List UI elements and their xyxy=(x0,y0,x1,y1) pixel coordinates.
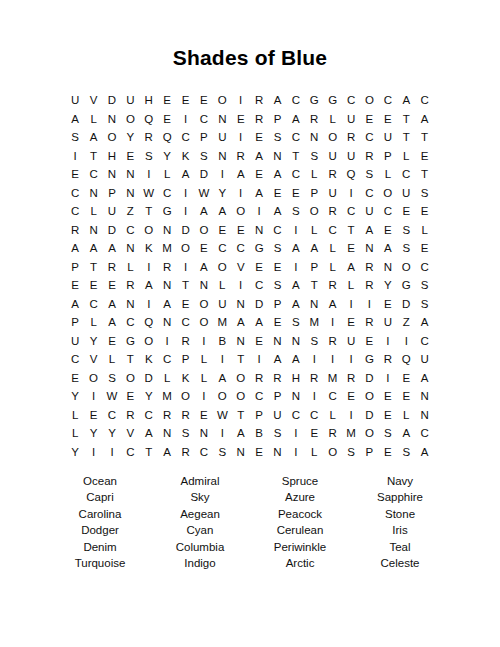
grid-cell-r11c4[interactable]: R xyxy=(121,276,139,295)
grid-cell-r10c9[interactable]: O xyxy=(213,258,231,277)
grid-cell-r3c1[interactable]: S xyxy=(66,128,84,147)
grid-cell-r17c7[interactable]: O xyxy=(176,387,194,406)
grid-cell-r8c7[interactable]: D xyxy=(176,221,194,240)
grid-cell-r8c14[interactable]: L xyxy=(305,221,323,240)
grid-cell-r1c6[interactable]: E xyxy=(158,91,176,110)
grid-cell-r10c16[interactable]: A xyxy=(342,258,360,277)
grid-cell-r13c12[interactable]: E xyxy=(268,313,286,332)
grid-cell-r16c6[interactable]: L xyxy=(158,369,176,388)
grid-cell-r18c4[interactable]: R xyxy=(121,406,139,425)
grid-cell-r2c15[interactable]: L xyxy=(323,110,341,129)
grid-cell-r7c8[interactable]: A xyxy=(195,202,213,221)
grid-cell-r9c11[interactable]: G xyxy=(250,239,268,258)
grid-cell-r11c1[interactable]: E xyxy=(66,276,84,295)
grid-cell-r17c18[interactable]: E xyxy=(379,387,397,406)
grid-cell-r7c1[interactable]: C xyxy=(66,202,84,221)
grid-cell-r17c11[interactable]: C xyxy=(250,387,268,406)
grid-cell-r8c8[interactable]: O xyxy=(195,221,213,240)
grid-cell-r6c16[interactable]: I xyxy=(342,184,360,203)
grid-cell-r18c2[interactable]: E xyxy=(84,406,102,425)
grid-cell-r17c12[interactable]: P xyxy=(268,387,286,406)
grid-cell-r16c7[interactable]: K xyxy=(176,369,194,388)
grid-cell-r5c14[interactable]: L xyxy=(305,165,323,184)
grid-cell-r11c16[interactable]: L xyxy=(342,276,360,295)
grid-cell-r6c15[interactable]: U xyxy=(323,184,341,203)
grid-cell-r8c13[interactable]: I xyxy=(287,221,305,240)
grid-cell-r10c5[interactable]: I xyxy=(140,258,158,277)
grid-cell-r4c17[interactable]: R xyxy=(360,147,378,166)
grid-cell-r5c18[interactable]: L xyxy=(379,165,397,184)
grid-cell-r13c20[interactable]: A xyxy=(415,313,433,332)
grid-cell-r5c12[interactable]: A xyxy=(268,165,286,184)
grid-cell-r3c5[interactable]: R xyxy=(140,128,158,147)
grid-cell-r1c5[interactable]: H xyxy=(140,91,158,110)
grid-cell-r16c19[interactable]: E xyxy=(397,369,415,388)
grid-cell-r10c20[interactable]: C xyxy=(415,258,433,277)
grid-cell-r11c5[interactable]: A xyxy=(140,276,158,295)
grid-cell-r11c17[interactable]: R xyxy=(360,276,378,295)
grid-cell-r16c4[interactable]: O xyxy=(121,369,139,388)
grid-cell-r5c19[interactable]: C xyxy=(397,165,415,184)
grid-cell-r13c17[interactable]: R xyxy=(360,313,378,332)
grid-cell-r9c4[interactable]: N xyxy=(121,239,139,258)
grid-cell-r19c20[interactable]: C xyxy=(415,424,433,443)
grid-cell-r16c16[interactable]: R xyxy=(342,369,360,388)
grid-cell-r14c7[interactable]: R xyxy=(176,332,194,351)
grid-cell-r1c18[interactable]: C xyxy=(379,91,397,110)
grid-cell-r14c12[interactable]: N xyxy=(268,332,286,351)
grid-cell-r12c10[interactable]: N xyxy=(232,295,250,314)
grid-cell-r18c12[interactable]: U xyxy=(268,406,286,425)
grid-cell-r14c8[interactable]: I xyxy=(195,332,213,351)
grid-cell-r11c2[interactable]: E xyxy=(84,276,102,295)
grid-cell-r16c20[interactable]: A xyxy=(415,369,433,388)
grid-cell-r13c7[interactable]: C xyxy=(176,313,194,332)
grid-cell-r12c14[interactable]: N xyxy=(305,295,323,314)
grid-cell-r7c14[interactable]: O xyxy=(305,202,323,221)
grid-cell-r14c19[interactable]: I xyxy=(397,332,415,351)
grid-cell-r2c10[interactable]: E xyxy=(232,110,250,129)
grid-cell-r1c19[interactable]: A xyxy=(397,91,415,110)
grid-cell-r12c6[interactable]: A xyxy=(158,295,176,314)
grid-cell-r3c7[interactable]: C xyxy=(176,128,194,147)
grid-cell-r17c9[interactable]: O xyxy=(213,387,231,406)
grid-cell-r19c16[interactable]: M xyxy=(342,424,360,443)
grid-cell-r14c4[interactable]: G xyxy=(121,332,139,351)
grid-cell-r10c18[interactable]: N xyxy=(379,258,397,277)
grid-cell-r2c2[interactable]: L xyxy=(84,110,102,129)
grid-cell-r4c19[interactable]: L xyxy=(397,147,415,166)
grid-cell-r14c2[interactable]: Y xyxy=(84,332,102,351)
grid-cell-r19c4[interactable]: V xyxy=(121,424,139,443)
grid-cell-r7c19[interactable]: E xyxy=(397,202,415,221)
grid-cell-r14c15[interactable]: R xyxy=(323,332,341,351)
grid-cell-r5c2[interactable]: C xyxy=(84,165,102,184)
grid-cell-r5c17[interactable]: S xyxy=(360,165,378,184)
grid-cell-r7c11[interactable]: I xyxy=(250,202,268,221)
grid-cell-r18c11[interactable]: P xyxy=(250,406,268,425)
grid-cell-r14c5[interactable]: O xyxy=(140,332,158,351)
grid-cell-r1c4[interactable]: U xyxy=(121,91,139,110)
grid-cell-r10c1[interactable]: P xyxy=(66,258,84,277)
grid-cell-r8c19[interactable]: S xyxy=(397,221,415,240)
grid-cell-r20c12[interactable]: N xyxy=(268,443,286,462)
grid-cell-r20c16[interactable]: S xyxy=(342,443,360,462)
grid-cell-r15c17[interactable]: G xyxy=(360,350,378,369)
grid-cell-r9c2[interactable]: A xyxy=(84,239,102,258)
grid-cell-r18c7[interactable]: R xyxy=(176,406,194,425)
grid-cell-r9c13[interactable]: A xyxy=(287,239,305,258)
grid-cell-r9c7[interactable]: O xyxy=(176,239,194,258)
grid-cell-r4c5[interactable]: S xyxy=(140,147,158,166)
grid-cell-r4c20[interactable]: E xyxy=(415,147,433,166)
grid-cell-r8c4[interactable]: C xyxy=(121,221,139,240)
grid-cell-r9c12[interactable]: S xyxy=(268,239,286,258)
grid-cell-r15c16[interactable]: I xyxy=(342,350,360,369)
grid-cell-r9c5[interactable]: K xyxy=(140,239,158,258)
grid-cell-r15c3[interactable]: L xyxy=(103,350,121,369)
grid-cell-r20c13[interactable]: I xyxy=(287,443,305,462)
grid-cell-r1c12[interactable]: A xyxy=(268,91,286,110)
grid-cell-r20c1[interactable]: Y xyxy=(66,443,84,462)
grid-cell-r6c1[interactable]: C xyxy=(66,184,84,203)
grid-cell-r18c15[interactable]: L xyxy=(323,406,341,425)
grid-cell-r14c11[interactable]: E xyxy=(250,332,268,351)
grid-cell-r1c11[interactable]: R xyxy=(250,91,268,110)
grid-cell-r12c17[interactable]: I xyxy=(360,295,378,314)
grid-cell-r4c9[interactable]: N xyxy=(213,147,231,166)
grid-cell-r3c2[interactable]: A xyxy=(84,128,102,147)
grid-cell-r9c1[interactable]: A xyxy=(66,239,84,258)
grid-cell-r15c9[interactable]: I xyxy=(213,350,231,369)
grid-cell-r18c8[interactable]: E xyxy=(195,406,213,425)
grid-cell-r6c17[interactable]: C xyxy=(360,184,378,203)
grid-cell-r1c10[interactable]: I xyxy=(232,91,250,110)
grid-cell-r8c3[interactable]: D xyxy=(103,221,121,240)
grid-cell-r13c11[interactable]: A xyxy=(250,313,268,332)
grid-cell-r11c7[interactable]: T xyxy=(176,276,194,295)
grid-cell-r8c10[interactable]: E xyxy=(232,221,250,240)
grid-cell-r9c10[interactable]: C xyxy=(232,239,250,258)
grid-cell-r5c5[interactable]: I xyxy=(140,165,158,184)
grid-cell-r15c12[interactable]: A xyxy=(268,350,286,369)
grid-cell-r2c8[interactable]: C xyxy=(195,110,213,129)
grid-cell-r18c16[interactable]: I xyxy=(342,406,360,425)
grid-cell-r10c13[interactable]: I xyxy=(287,258,305,277)
grid-cell-r13c16[interactable]: E xyxy=(342,313,360,332)
grid-cell-r2c1[interactable]: A xyxy=(66,110,84,129)
grid-cell-r5c10[interactable]: A xyxy=(232,165,250,184)
grid-cell-r3c18[interactable]: U xyxy=(379,128,397,147)
grid-cell-r16c12[interactable]: R xyxy=(268,369,286,388)
grid-cell-r16c3[interactable]: S xyxy=(103,369,121,388)
grid-cell-r3c20[interactable]: T xyxy=(415,128,433,147)
grid-cell-r17c16[interactable]: E xyxy=(342,387,360,406)
grid-cell-r14c20[interactable]: C xyxy=(415,332,433,351)
grid-cell-r4c11[interactable]: A xyxy=(250,147,268,166)
grid-cell-r19c12[interactable]: S xyxy=(268,424,286,443)
grid-cell-r2c6[interactable]: E xyxy=(158,110,176,129)
grid-cell-r5c20[interactable]: T xyxy=(415,165,433,184)
grid-cell-r6c10[interactable]: I xyxy=(232,184,250,203)
grid-cell-r18c18[interactable]: E xyxy=(379,406,397,425)
grid-cell-r17c20[interactable]: N xyxy=(415,387,433,406)
grid-cell-r19c19[interactable]: A xyxy=(397,424,415,443)
grid-cell-r13c14[interactable]: M xyxy=(305,313,323,332)
grid-cell-r7c16[interactable]: C xyxy=(342,202,360,221)
grid-cell-r3c15[interactable]: O xyxy=(323,128,341,147)
grid-cell-r16c17[interactable]: D xyxy=(360,369,378,388)
grid-cell-r12c7[interactable]: E xyxy=(176,295,194,314)
grid-cell-r17c17[interactable]: O xyxy=(360,387,378,406)
grid-cell-r17c4[interactable]: E xyxy=(121,387,139,406)
grid-cell-r7c18[interactable]: C xyxy=(379,202,397,221)
grid-cell-r19c8[interactable]: N xyxy=(195,424,213,443)
grid-cell-r7c9[interactable]: A xyxy=(213,202,231,221)
grid-cell-r17c19[interactable]: E xyxy=(397,387,415,406)
grid-cell-r2c4[interactable]: O xyxy=(121,110,139,129)
grid-cell-r19c14[interactable]: E xyxy=(305,424,323,443)
grid-cell-r1c8[interactable]: E xyxy=(195,91,213,110)
grid-cell-r6c9[interactable]: Y xyxy=(213,184,231,203)
grid-cell-r2c17[interactable]: E xyxy=(360,110,378,129)
grid-cell-r3c10[interactable]: I xyxy=(232,128,250,147)
grid-cell-r19c18[interactable]: S xyxy=(379,424,397,443)
grid-cell-r7c6[interactable]: G xyxy=(158,202,176,221)
grid-cell-r2c5[interactable]: Q xyxy=(140,110,158,129)
grid-cell-r10c3[interactable]: R xyxy=(103,258,121,277)
grid-cell-r9c8[interactable]: E xyxy=(195,239,213,258)
grid-cell-r4c6[interactable]: Y xyxy=(158,147,176,166)
grid-cell-r5c7[interactable]: A xyxy=(176,165,194,184)
grid-cell-r14c9[interactable]: B xyxy=(213,332,231,351)
grid-cell-r4c3[interactable]: H xyxy=(103,147,121,166)
grid-cell-r4c14[interactable]: S xyxy=(305,147,323,166)
grid-cell-r8c17[interactable]: A xyxy=(360,221,378,240)
grid-cell-r14c6[interactable]: I xyxy=(158,332,176,351)
grid-cell-r5c13[interactable]: C xyxy=(287,165,305,184)
grid-cell-r9c14[interactable]: A xyxy=(305,239,323,258)
grid-cell-r3c12[interactable]: S xyxy=(268,128,286,147)
grid-cell-r1c14[interactable]: G xyxy=(305,91,323,110)
grid-cell-r12c9[interactable]: U xyxy=(213,295,231,314)
grid-cell-r15c1[interactable]: C xyxy=(66,350,84,369)
grid-cell-r14c18[interactable]: I xyxy=(379,332,397,351)
grid-cell-r6c18[interactable]: O xyxy=(379,184,397,203)
grid-cell-r8c9[interactable]: E xyxy=(213,221,231,240)
grid-cell-r7c15[interactable]: R xyxy=(323,202,341,221)
grid-cell-r11c18[interactable]: Y xyxy=(379,276,397,295)
grid-cell-r19c2[interactable]: Y xyxy=(84,424,102,443)
grid-cell-r4c13[interactable]: T xyxy=(287,147,305,166)
grid-cell-r18c1[interactable]: L xyxy=(66,406,84,425)
grid-cell-r16c14[interactable]: R xyxy=(305,369,323,388)
grid-cell-r20c14[interactable]: L xyxy=(305,443,323,462)
grid-cell-r17c8[interactable]: I xyxy=(195,387,213,406)
grid-cell-r19c15[interactable]: R xyxy=(323,424,341,443)
grid-cell-r3c13[interactable]: C xyxy=(287,128,305,147)
grid-cell-r6c14[interactable]: P xyxy=(305,184,323,203)
grid-cell-r16c5[interactable]: D xyxy=(140,369,158,388)
grid-cell-r6c6[interactable]: C xyxy=(158,184,176,203)
grid-cell-r15c4[interactable]: T xyxy=(121,350,139,369)
grid-cell-r13c13[interactable]: S xyxy=(287,313,305,332)
grid-cell-r3c14[interactable]: N xyxy=(305,128,323,147)
grid-cell-r18c6[interactable]: R xyxy=(158,406,176,425)
grid-cell-r2c11[interactable]: R xyxy=(250,110,268,129)
grid-cell-r1c2[interactable]: V xyxy=(84,91,102,110)
grid-cell-r3c11[interactable]: E xyxy=(250,128,268,147)
grid-cell-r3c3[interactable]: O xyxy=(103,128,121,147)
grid-cell-r4c15[interactable]: U xyxy=(323,147,341,166)
grid-cell-r15c8[interactable]: L xyxy=(195,350,213,369)
grid-cell-r4c2[interactable]: T xyxy=(84,147,102,166)
grid-cell-r5c4[interactable]: N xyxy=(121,165,139,184)
grid-cell-r4c10[interactable]: R xyxy=(232,147,250,166)
grid-cell-r16c8[interactable]: L xyxy=(195,369,213,388)
grid-cell-r20c9[interactable]: S xyxy=(213,443,231,462)
grid-cell-r9c15[interactable]: L xyxy=(323,239,341,258)
grid-cell-r3c17[interactable]: C xyxy=(360,128,378,147)
grid-cell-r8c2[interactable]: N xyxy=(84,221,102,240)
grid-cell-r20c8[interactable]: C xyxy=(195,443,213,462)
grid-cell-r6c7[interactable]: I xyxy=(176,184,194,203)
grid-cell-r9c6[interactable]: M xyxy=(158,239,176,258)
grid-cell-r10c8[interactable]: A xyxy=(195,258,213,277)
grid-cell-r3c8[interactable]: P xyxy=(195,128,213,147)
grid-cell-r9c16[interactable]: E xyxy=(342,239,360,258)
grid-cell-r7c5[interactable]: T xyxy=(140,202,158,221)
grid-cell-r1c15[interactable]: G xyxy=(323,91,341,110)
grid-cell-r2c20[interactable]: A xyxy=(415,110,433,129)
grid-cell-r7c2[interactable]: L xyxy=(84,202,102,221)
grid-cell-r20c3[interactable]: I xyxy=(103,443,121,462)
grid-cell-r10c7[interactable]: I xyxy=(176,258,194,277)
grid-cell-r12c18[interactable]: E xyxy=(379,295,397,314)
grid-cell-r15c2[interactable]: V xyxy=(84,350,102,369)
grid-cell-r12c4[interactable]: N xyxy=(121,295,139,314)
grid-cell-r11c6[interactable]: N xyxy=(158,276,176,295)
grid-cell-r3c16[interactable]: R xyxy=(342,128,360,147)
grid-cell-r19c6[interactable]: N xyxy=(158,424,176,443)
grid-cell-r6c11[interactable]: A xyxy=(250,184,268,203)
grid-cell-r19c3[interactable]: Y xyxy=(103,424,121,443)
grid-cell-r12c20[interactable]: S xyxy=(415,295,433,314)
grid-cell-r1c13[interactable]: C xyxy=(287,91,305,110)
grid-cell-r3c9[interactable]: U xyxy=(213,128,231,147)
grid-cell-r20c4[interactable]: C xyxy=(121,443,139,462)
grid-cell-r5c3[interactable]: N xyxy=(103,165,121,184)
grid-cell-r1c7[interactable]: E xyxy=(176,91,194,110)
grid-cell-r8c12[interactable]: C xyxy=(268,221,286,240)
grid-cell-r20c17[interactable]: P xyxy=(360,443,378,462)
grid-cell-r1c16[interactable]: C xyxy=(342,91,360,110)
grid-cell-r8c5[interactable]: O xyxy=(140,221,158,240)
grid-cell-r19c7[interactable]: S xyxy=(176,424,194,443)
grid-cell-r8c11[interactable]: N xyxy=(250,221,268,240)
grid-cell-r10c2[interactable]: T xyxy=(84,258,102,277)
grid-cell-r6c3[interactable]: P xyxy=(103,184,121,203)
grid-cell-r4c1[interactable]: I xyxy=(66,147,84,166)
grid-cell-r5c15[interactable]: R xyxy=(323,165,341,184)
grid-cell-r15c10[interactable]: T xyxy=(232,350,250,369)
grid-cell-r9c9[interactable]: C xyxy=(213,239,231,258)
grid-cell-r10c4[interactable]: L xyxy=(121,258,139,277)
grid-cell-r19c9[interactable]: I xyxy=(213,424,231,443)
grid-cell-r13c5[interactable]: Q xyxy=(140,313,158,332)
grid-cell-r9c3[interactable]: A xyxy=(103,239,121,258)
grid-cell-r5c8[interactable]: D xyxy=(195,165,213,184)
grid-cell-r4c8[interactable]: S xyxy=(195,147,213,166)
grid-cell-r20c11[interactable]: E xyxy=(250,443,268,462)
grid-cell-r7c7[interactable]: I xyxy=(176,202,194,221)
grid-cell-r6c20[interactable]: S xyxy=(415,184,433,203)
grid-cell-r13c4[interactable]: C xyxy=(121,313,139,332)
grid-cell-r12c1[interactable]: A xyxy=(66,295,84,314)
grid-cell-r18c14[interactable]: C xyxy=(305,406,323,425)
grid-cell-r17c5[interactable]: Y xyxy=(140,387,158,406)
grid-cell-r20c19[interactable]: S xyxy=(397,443,415,462)
grid-cell-r12c2[interactable]: C xyxy=(84,295,102,314)
grid-cell-r14c1[interactable]: U xyxy=(66,332,84,351)
grid-cell-r9c18[interactable]: A xyxy=(379,239,397,258)
grid-cell-r17c6[interactable]: M xyxy=(158,387,176,406)
grid-cell-r11c15[interactable]: R xyxy=(323,276,341,295)
grid-cell-r15c18[interactable]: R xyxy=(379,350,397,369)
grid-cell-r4c4[interactable]: E xyxy=(121,147,139,166)
grid-cell-r19c13[interactable]: I xyxy=(287,424,305,443)
grid-cell-r15c7[interactable]: P xyxy=(176,350,194,369)
grid-cell-r2c14[interactable]: R xyxy=(305,110,323,129)
grid-cell-r15c13[interactable]: A xyxy=(287,350,305,369)
grid-cell-r18c10[interactable]: T xyxy=(232,406,250,425)
grid-cell-r8c6[interactable]: N xyxy=(158,221,176,240)
grid-cell-r20c18[interactable]: E xyxy=(379,443,397,462)
grid-cell-r10c11[interactable]: E xyxy=(250,258,268,277)
grid-cell-r17c1[interactable]: Y xyxy=(66,387,84,406)
grid-cell-r18c20[interactable]: N xyxy=(415,406,433,425)
grid-cell-r5c11[interactable]: E xyxy=(250,165,268,184)
grid-cell-r2c13[interactable]: A xyxy=(287,110,305,129)
grid-cell-r15c11[interactable]: I xyxy=(250,350,268,369)
grid-cell-r11c11[interactable]: C xyxy=(250,276,268,295)
grid-cell-r19c1[interactable]: L xyxy=(66,424,84,443)
grid-cell-r15c20[interactable]: U xyxy=(415,350,433,369)
grid-cell-r11c3[interactable]: E xyxy=(103,276,121,295)
grid-cell-r17c14[interactable]: I xyxy=(305,387,323,406)
grid-cell-r11c20[interactable]: S xyxy=(415,276,433,295)
grid-cell-r18c5[interactable]: C xyxy=(140,406,158,425)
grid-cell-r2c16[interactable]: U xyxy=(342,110,360,129)
grid-cell-r16c11[interactable]: R xyxy=(250,369,268,388)
grid-cell-r10c15[interactable]: L xyxy=(323,258,341,277)
grid-cell-r2c12[interactable]: P xyxy=(268,110,286,129)
grid-cell-r14c10[interactable]: N xyxy=(232,332,250,351)
grid-cell-r12c16[interactable]: I xyxy=(342,295,360,314)
grid-cell-r12c19[interactable]: D xyxy=(397,295,415,314)
grid-cell-r10c17[interactable]: R xyxy=(360,258,378,277)
grid-cell-r4c12[interactable]: N xyxy=(268,147,286,166)
grid-cell-r12c5[interactable]: I xyxy=(140,295,158,314)
grid-cell-r19c10[interactable]: A xyxy=(232,424,250,443)
grid-cell-r2c7[interactable]: I xyxy=(176,110,194,129)
grid-cell-r8c1[interactable]: R xyxy=(66,221,84,240)
grid-cell-r10c19[interactable]: O xyxy=(397,258,415,277)
grid-cell-r20c20[interactable]: A xyxy=(415,443,433,462)
grid-cell-r10c12[interactable]: E xyxy=(268,258,286,277)
grid-cell-r6c13[interactable]: E xyxy=(287,184,305,203)
grid-cell-r1c20[interactable]: C xyxy=(415,91,433,110)
